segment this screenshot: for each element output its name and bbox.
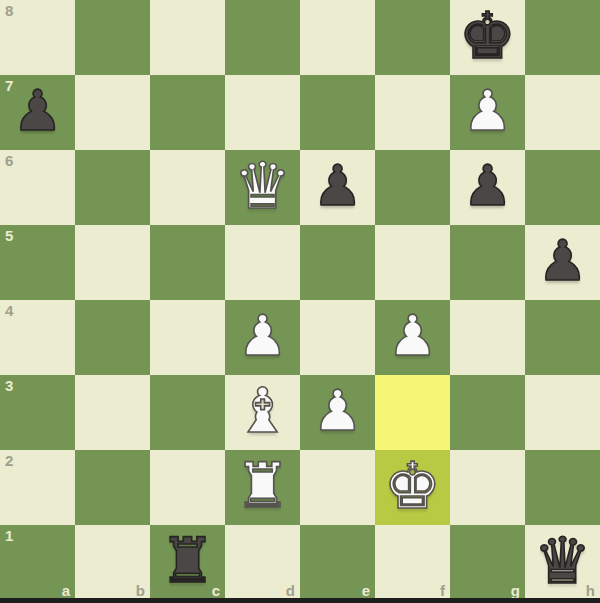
- square-c1[interactable]: c♜: [150, 525, 225, 600]
- square-e2[interactable]: [300, 450, 375, 525]
- square-a4[interactable]: 4: [0, 300, 75, 375]
- square-f6[interactable]: [375, 150, 450, 225]
- square-f3[interactable]: [375, 375, 450, 450]
- square-b7[interactable]: [75, 75, 150, 150]
- square-f5[interactable]: [375, 225, 450, 300]
- square-h3[interactable]: [525, 375, 600, 450]
- rank-label-3: 3: [5, 377, 13, 394]
- square-e4[interactable]: [300, 300, 375, 375]
- rank-label-1: 1: [5, 527, 13, 544]
- black-queen[interactable]: ♛: [534, 529, 591, 593]
- square-d1[interactable]: d: [225, 525, 300, 600]
- square-a6[interactable]: 6: [0, 150, 75, 225]
- square-f2[interactable]: ♚: [375, 450, 450, 525]
- square-e3[interactable]: ♟: [300, 375, 375, 450]
- white-pawn[interactable]: ♟: [237, 308, 287, 364]
- square-c8[interactable]: [150, 0, 225, 75]
- rank-label-6: 6: [5, 152, 13, 169]
- square-e5[interactable]: [300, 225, 375, 300]
- square-g3[interactable]: [450, 375, 525, 450]
- black-rook[interactable]: ♜: [160, 530, 216, 592]
- white-pawn[interactable]: ♟: [462, 83, 512, 139]
- rank-label-2: 2: [5, 452, 13, 469]
- square-d6[interactable]: ♛: [225, 150, 300, 225]
- square-b6[interactable]: [75, 150, 150, 225]
- white-king[interactable]: ♚: [384, 454, 441, 518]
- black-pawn[interactable]: ♟: [12, 83, 62, 139]
- white-rook[interactable]: ♜: [235, 455, 291, 517]
- file-label-e: e: [362, 582, 370, 599]
- square-d3[interactable]: ♝: [225, 375, 300, 450]
- white-pawn[interactable]: ♟: [312, 383, 362, 439]
- square-c5[interactable]: [150, 225, 225, 300]
- square-g1[interactable]: g: [450, 525, 525, 600]
- square-a8[interactable]: 8: [0, 0, 75, 75]
- file-label-a: a: [62, 582, 70, 599]
- square-b1[interactable]: b: [75, 525, 150, 600]
- white-queen[interactable]: ♛: [234, 154, 291, 218]
- square-d5[interactable]: [225, 225, 300, 300]
- square-h7[interactable]: [525, 75, 600, 150]
- file-label-d: d: [286, 582, 295, 599]
- square-e8[interactable]: [300, 0, 375, 75]
- square-d2[interactable]: ♜: [225, 450, 300, 525]
- black-pawn[interactable]: ♟: [312, 158, 362, 214]
- square-f7[interactable]: [375, 75, 450, 150]
- square-e7[interactable]: [300, 75, 375, 150]
- square-g6[interactable]: ♟: [450, 150, 525, 225]
- chess-app-screen: 8♚7♟♟6♛♟♟5♟4♟♟3♝♟2♜♚1abc♜defgh♛: [0, 0, 600, 603]
- rank-label-4: 4: [5, 302, 13, 319]
- rank-label-8: 8: [5, 2, 13, 19]
- square-b4[interactable]: [75, 300, 150, 375]
- square-c4[interactable]: [150, 300, 225, 375]
- square-h6[interactable]: [525, 150, 600, 225]
- black-pawn[interactable]: ♟: [462, 158, 512, 214]
- square-f4[interactable]: ♟: [375, 300, 450, 375]
- square-a3[interactable]: 3: [0, 375, 75, 450]
- square-h8[interactable]: [525, 0, 600, 75]
- file-label-b: b: [136, 582, 145, 599]
- square-c2[interactable]: [150, 450, 225, 525]
- file-label-g: g: [511, 582, 520, 599]
- square-d8[interactable]: [225, 0, 300, 75]
- black-king[interactable]: ♚: [459, 4, 516, 68]
- square-b2[interactable]: [75, 450, 150, 525]
- square-g7[interactable]: ♟: [450, 75, 525, 150]
- square-h4[interactable]: [525, 300, 600, 375]
- square-e1[interactable]: e: [300, 525, 375, 600]
- square-b8[interactable]: [75, 0, 150, 75]
- white-pawn[interactable]: ♟: [387, 308, 437, 364]
- black-pawn[interactable]: ♟: [537, 233, 587, 289]
- square-g8[interactable]: ♚: [450, 0, 525, 75]
- square-c6[interactable]: [150, 150, 225, 225]
- rank-label-5: 5: [5, 227, 13, 244]
- square-g2[interactable]: [450, 450, 525, 525]
- white-bishop[interactable]: ♝: [235, 380, 291, 442]
- square-d4[interactable]: ♟: [225, 300, 300, 375]
- square-c7[interactable]: [150, 75, 225, 150]
- square-a1[interactable]: 1a: [0, 525, 75, 600]
- square-h5[interactable]: ♟: [525, 225, 600, 300]
- file-label-f: f: [440, 582, 445, 599]
- square-e6[interactable]: ♟: [300, 150, 375, 225]
- square-a7[interactable]: 7♟: [0, 75, 75, 150]
- square-d7[interactable]: [225, 75, 300, 150]
- square-h2[interactable]: [525, 450, 600, 525]
- square-f1[interactable]: f: [375, 525, 450, 600]
- square-b5[interactable]: [75, 225, 150, 300]
- chess-board: 8♚7♟♟6♛♟♟5♟4♟♟3♝♟2♜♚1abc♜defgh♛: [0, 0, 600, 600]
- square-a5[interactable]: 5: [0, 225, 75, 300]
- square-c3[interactable]: [150, 375, 225, 450]
- square-b3[interactable]: [75, 375, 150, 450]
- square-a2[interactable]: 2: [0, 450, 75, 525]
- square-g5[interactable]: [450, 225, 525, 300]
- bottom-bar: [0, 598, 600, 603]
- square-f8[interactable]: [375, 0, 450, 75]
- square-g4[interactable]: [450, 300, 525, 375]
- square-h1[interactable]: h♛: [525, 525, 600, 600]
